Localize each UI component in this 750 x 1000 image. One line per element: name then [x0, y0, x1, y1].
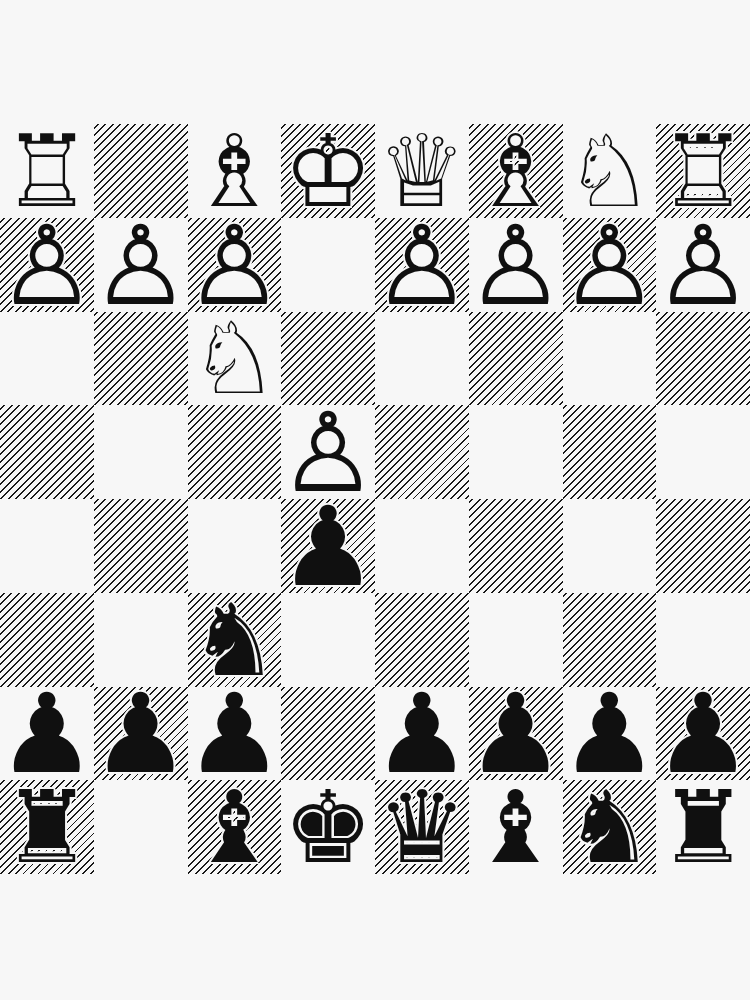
square-h3	[0, 312, 94, 406]
square-c8: ♝	[469, 780, 563, 874]
black-piece-glyph: ♟	[94, 688, 188, 782]
white-pawn-b2: ♟♙	[563, 218, 657, 312]
white-piece-outline: ♙	[188, 219, 282, 313]
square-b4	[563, 405, 657, 499]
square-a4	[656, 405, 750, 499]
square-a5	[656, 499, 750, 593]
white-pawn-a2: ♟♙	[656, 218, 750, 312]
black-piece-glyph: ♜	[0, 781, 94, 875]
square-g7: ♟	[94, 687, 188, 781]
black-pawn-a7: ♟	[656, 687, 750, 781]
square-e7	[281, 687, 375, 781]
black-pawn-c7: ♟	[469, 687, 563, 781]
square-a2: ♟♙	[656, 218, 750, 312]
square-f7: ♟	[188, 687, 282, 781]
black-pawn-b7: ♟	[563, 687, 657, 781]
square-d3	[375, 312, 469, 406]
white-knight-f3: ♞♘	[188, 312, 282, 406]
square-c5	[469, 499, 563, 593]
square-a8: ♜	[656, 780, 750, 874]
black-knight-b8: ♞	[563, 780, 657, 874]
square-b5	[563, 499, 657, 593]
square-d5	[375, 499, 469, 593]
black-piece-glyph: ♝	[188, 781, 282, 875]
square-a7: ♟	[656, 687, 750, 781]
square-h4	[0, 405, 94, 499]
white-pawn-h2: ♟♙	[0, 218, 94, 312]
black-piece-glyph: ♟	[281, 500, 375, 594]
square-h2: ♟♙	[0, 218, 94, 312]
square-g4	[94, 405, 188, 499]
square-f3: ♞♘	[188, 312, 282, 406]
black-piece-glyph: ♟	[656, 688, 750, 782]
square-g8	[94, 780, 188, 874]
white-piece-outline: ♙	[375, 219, 469, 313]
square-h8: ♜	[0, 780, 94, 874]
black-queen-d8: ♛	[375, 780, 469, 874]
black-king-e8: ♚	[281, 780, 375, 874]
black-pawn-f7: ♟	[188, 687, 282, 781]
square-g5	[94, 499, 188, 593]
square-c4	[469, 405, 563, 499]
white-pawn-g2: ♟♙	[94, 218, 188, 312]
black-piece-glyph: ♟	[563, 688, 657, 782]
square-e5: ♟	[281, 499, 375, 593]
square-d8: ♛	[375, 780, 469, 874]
black-piece-glyph: ♞	[563, 781, 657, 875]
square-b8: ♞	[563, 780, 657, 874]
white-pawn-d2: ♟♙	[375, 218, 469, 312]
black-pawn-e5: ♟	[281, 499, 375, 593]
square-d2: ♟♙	[375, 218, 469, 312]
black-bishop-f8: ♝	[188, 780, 282, 874]
black-bishop-c8: ♝	[469, 780, 563, 874]
black-piece-glyph: ♚	[281, 781, 375, 875]
white-piece-outline: ♙	[0, 219, 94, 313]
black-rook-h8: ♜	[0, 780, 94, 874]
white-piece-outline: ♙	[563, 219, 657, 313]
square-c2: ♟♙	[469, 218, 563, 312]
black-piece-glyph: ♟	[0, 688, 94, 782]
white-piece-outline: ♙	[94, 219, 188, 313]
white-pawn-f2: ♟♙	[188, 218, 282, 312]
white-piece-outline: ♘	[188, 313, 282, 407]
square-f5	[188, 499, 282, 593]
square-f8: ♝	[188, 780, 282, 874]
square-b3	[563, 312, 657, 406]
white-piece-outline: ♔	[281, 125, 375, 219]
square-a3	[656, 312, 750, 406]
black-piece-glyph: ♜	[656, 781, 750, 875]
square-e1: ♚♔	[281, 124, 375, 218]
square-f2: ♟♙	[188, 218, 282, 312]
black-piece-glyph: ♟	[188, 688, 282, 782]
square-b7: ♟	[563, 687, 657, 781]
black-rook-a8: ♜	[656, 780, 750, 874]
square-f4	[188, 405, 282, 499]
white-piece-outline: ♙	[469, 219, 563, 313]
square-b2: ♟♙	[563, 218, 657, 312]
square-d4	[375, 405, 469, 499]
chess-board: ♜♖♝♗♚♔♛♕♝♗♞♘♜♖♟♙♟♙♟♙♟♙♟♙♟♙♟♙♞♘♟♙♟♞♟♟♟♟♟♟…	[0, 124, 750, 874]
black-piece-glyph: ♟	[469, 688, 563, 782]
square-d7: ♟	[375, 687, 469, 781]
square-e8: ♚	[281, 780, 375, 874]
black-piece-glyph: ♝	[469, 781, 563, 875]
white-pawn-c2: ♟♙	[469, 218, 563, 312]
square-g3	[94, 312, 188, 406]
white-king-e1: ♚♔	[281, 124, 375, 218]
square-e6	[281, 593, 375, 687]
black-pawn-g7: ♟	[94, 687, 188, 781]
black-piece-glyph: ♟	[375, 688, 469, 782]
square-e2	[281, 218, 375, 312]
square-g2: ♟♙	[94, 218, 188, 312]
square-h5	[0, 499, 94, 593]
square-c3	[469, 312, 563, 406]
black-pawn-h7: ♟	[0, 687, 94, 781]
square-h7: ♟	[0, 687, 94, 781]
black-piece-glyph: ♛	[375, 781, 469, 875]
square-c7: ♟	[469, 687, 563, 781]
white-piece-outline: ♙	[656, 219, 750, 313]
chess-position-sticker: ♜♖♝♗♚♔♛♕♝♗♞♘♜♖♟♙♟♙♟♙♟♙♟♙♟♙♟♙♞♘♟♙♟♞♟♟♟♟♟♟…	[0, 0, 750, 1000]
black-pawn-d7: ♟	[375, 687, 469, 781]
